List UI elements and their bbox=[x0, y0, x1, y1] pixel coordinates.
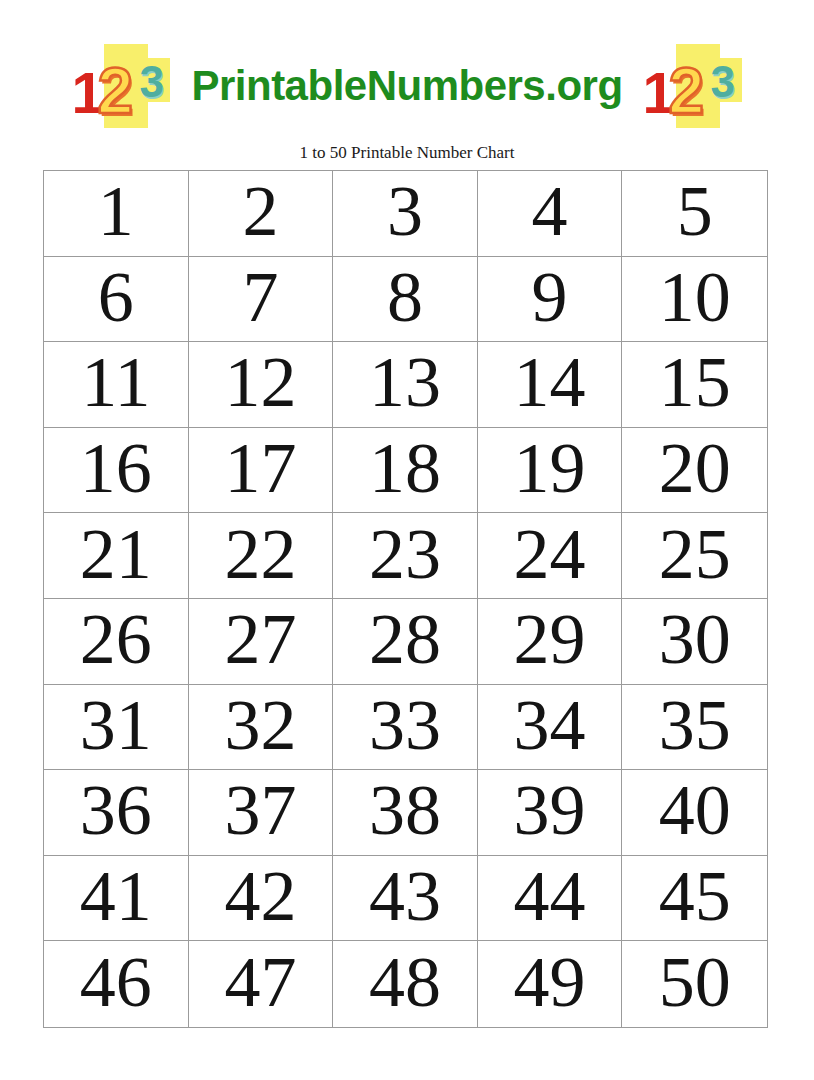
grid-cell: 27 bbox=[189, 599, 334, 685]
grid-cell: 47 bbox=[189, 941, 334, 1027]
logo-digit-3: 3 bbox=[139, 64, 163, 99]
chart-title: 1 to 50 Printable Number Chart bbox=[0, 143, 814, 163]
grid-cell: 17 bbox=[189, 428, 334, 514]
grid-cell: 32 bbox=[189, 685, 334, 771]
grid-cell: 2 bbox=[189, 171, 334, 257]
grid-cell: 38 bbox=[333, 770, 478, 856]
grid-cell: 50 bbox=[622, 941, 767, 1027]
grid-cell: 19 bbox=[478, 428, 623, 514]
grid-cell: 13 bbox=[333, 342, 478, 428]
grid-cell: 12 bbox=[189, 342, 334, 428]
logo-digit-2: 2 bbox=[669, 66, 705, 117]
grid-cell: 29 bbox=[478, 599, 623, 685]
site-header: 1 2 3 PrintableNumbers.org 1 2 3 bbox=[0, 44, 814, 128]
grid-cell: 41 bbox=[44, 856, 189, 942]
logo-digit-2: 2 bbox=[97, 66, 133, 117]
grid-cell: 44 bbox=[478, 856, 623, 942]
grid-cell: 48 bbox=[333, 941, 478, 1027]
grid-cell: 8 bbox=[333, 257, 478, 343]
grid-cell: 45 bbox=[622, 856, 767, 942]
grid-cell: 26 bbox=[44, 599, 189, 685]
grid-cell: 11 bbox=[44, 342, 189, 428]
grid-cell: 35 bbox=[622, 685, 767, 771]
logo-digit-3: 3 bbox=[711, 64, 735, 99]
brand-title: PrintableNumbers.org bbox=[191, 62, 622, 110]
grid-cell: 49 bbox=[478, 941, 623, 1027]
grid-cell: 40 bbox=[622, 770, 767, 856]
grid-cell: 4 bbox=[478, 171, 623, 257]
grid-cell: 5 bbox=[622, 171, 767, 257]
grid-cell: 36 bbox=[44, 770, 189, 856]
grid-cell: 43 bbox=[333, 856, 478, 942]
grid-cell: 20 bbox=[622, 428, 767, 514]
grid-cell: 34 bbox=[478, 685, 623, 771]
grid-cell: 22 bbox=[189, 513, 334, 599]
grid-cell: 16 bbox=[44, 428, 189, 514]
logo-123-left: 1 2 3 bbox=[71, 44, 171, 128]
grid-cell: 31 bbox=[44, 685, 189, 771]
grid-cell: 33 bbox=[333, 685, 478, 771]
grid-cell: 18 bbox=[333, 428, 478, 514]
grid-cell: 1 bbox=[44, 171, 189, 257]
grid-cell: 21 bbox=[44, 513, 189, 599]
grid-cell: 25 bbox=[622, 513, 767, 599]
grid-cell: 24 bbox=[478, 513, 623, 599]
grid-cell: 39 bbox=[478, 770, 623, 856]
grid-cell: 23 bbox=[333, 513, 478, 599]
grid-cell: 42 bbox=[189, 856, 334, 942]
grid-cell: 6 bbox=[44, 257, 189, 343]
page: 1 2 3 PrintableNumbers.org 1 2 3 1 to 50… bbox=[0, 0, 814, 1080]
grid-cell: 37 bbox=[189, 770, 334, 856]
logo-123-right: 1 2 3 bbox=[643, 44, 743, 128]
grid-cell: 28 bbox=[333, 599, 478, 685]
grid-cell: 14 bbox=[478, 342, 623, 428]
grid-cell: 15 bbox=[622, 342, 767, 428]
grid-cell: 7 bbox=[189, 257, 334, 343]
grid-cell: 9 bbox=[478, 257, 623, 343]
grid-cell: 46 bbox=[44, 941, 189, 1027]
number-grid: 1234567891011121314151617181920212223242… bbox=[43, 170, 768, 1028]
grid-cell: 3 bbox=[333, 171, 478, 257]
grid-cell: 30 bbox=[622, 599, 767, 685]
grid-cell: 10 bbox=[622, 257, 767, 343]
